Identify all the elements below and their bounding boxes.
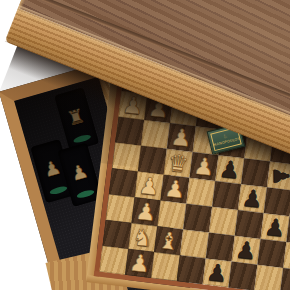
square-b4 <box>135 171 164 200</box>
square-d1 <box>177 255 206 284</box>
square-f3 <box>235 210 264 239</box>
square-b3 <box>132 197 161 226</box>
square-f2 <box>232 236 261 265</box>
square-g1 <box>254 265 283 290</box>
square-b2 <box>128 223 157 252</box>
square-b1 <box>125 249 154 278</box>
square-e1 <box>203 258 232 287</box>
green-felt-base <box>76 189 95 200</box>
square-a3 <box>106 194 135 223</box>
square-f1 <box>228 262 257 290</box>
square-d3 <box>183 204 212 233</box>
square-d2 <box>180 229 209 258</box>
green-felt-base <box>49 185 68 196</box>
tray-slot: ♟ <box>31 139 76 203</box>
square-a2 <box>103 220 132 249</box>
square-e2 <box>206 233 235 262</box>
chess-set-photo: ♜ ♟ ♟ ♟♟♟♛♟♟♟♟♟♟♟♟♞♝♟♟♟ ♘ MANOPOULOS <box>0 0 290 290</box>
stored-light-pawn: ♟ <box>59 148 99 195</box>
square-c2 <box>154 226 183 255</box>
square-a1 <box>99 246 128 275</box>
square-c3 <box>157 200 186 229</box>
square-c1 <box>151 252 180 281</box>
stored-light-pawn: ♟ <box>32 145 72 192</box>
square-e3 <box>209 207 238 236</box>
square-a4 <box>109 168 138 197</box>
square-g2 <box>257 239 286 268</box>
